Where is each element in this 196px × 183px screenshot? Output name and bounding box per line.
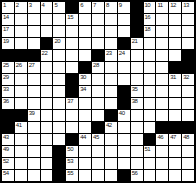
clue-number: 29 — [3, 74, 9, 80]
white-cell-r14c4[interactable] — [41, 158, 53, 169]
white-cell-r12c1[interactable]: 43 — [2, 134, 14, 145]
clue-number: 6 — [80, 2, 83, 8]
white-cell-r15c12[interactable] — [144, 170, 156, 181]
black-cell-r2c11 — [131, 14, 143, 25]
clue-number: 56 — [132, 170, 138, 176]
white-cell-r8c8[interactable] — [92, 86, 104, 97]
black-cell-r5c15 — [182, 50, 194, 61]
crossword-grid: 1234567891011121314151617181920212223242… — [0, 0, 196, 183]
white-cell-r5c14[interactable] — [169, 50, 181, 61]
white-cell-r15c2[interactable] — [15, 170, 27, 181]
clue-number: 18 — [145, 26, 151, 32]
black-cell-r8c10 — [118, 86, 130, 97]
clue-number: 46 — [157, 134, 163, 140]
white-cell-r14c1[interactable]: 52 — [2, 158, 14, 169]
white-cell-r9c11[interactable]: 38 — [131, 98, 143, 109]
white-cell-r13c8[interactable] — [92, 146, 104, 157]
clue-number: 35 — [132, 86, 138, 92]
white-cell-r8c4[interactable] — [41, 86, 53, 97]
black-cell-r10c9 — [105, 110, 117, 121]
white-cell-r13c4[interactable] — [41, 146, 53, 157]
white-cell-r6c2[interactable]: 26 — [15, 62, 27, 73]
white-cell-r13c15[interactable] — [182, 146, 194, 157]
white-cell-r1c7[interactable]: 6 — [79, 2, 91, 13]
white-cell-r13c10[interactable] — [118, 146, 130, 157]
white-cell-r3c14[interactable] — [169, 26, 181, 37]
black-cell-r1c6 — [66, 2, 78, 13]
black-cell-r3c11 — [131, 26, 143, 37]
white-cell-r8c12[interactable] — [144, 86, 156, 97]
black-cell-r11c13 — [156, 122, 168, 133]
white-cell-r15c3[interactable] — [28, 170, 40, 181]
white-cell-r3c13[interactable] — [156, 26, 168, 37]
white-cell-r8c15[interactable] — [182, 86, 194, 97]
white-cell-r5c4[interactable]: 22 — [41, 50, 53, 61]
white-cell-r11c9[interactable]: 42 — [105, 122, 117, 133]
white-cell-r15c4[interactable] — [41, 170, 53, 181]
white-cell-r9c5[interactable] — [53, 98, 65, 109]
white-cell-r14c15[interactable] — [182, 158, 194, 169]
white-cell-r7c13[interactable] — [156, 74, 168, 85]
white-cell-r14c11[interactable] — [131, 158, 143, 169]
clue-number: 10 — [145, 2, 151, 8]
white-cell-r9c14[interactable] — [169, 98, 181, 109]
white-cell-r14c14[interactable] — [169, 158, 181, 169]
white-cell-r15c8[interactable] — [92, 170, 104, 181]
white-cell-r3c8[interactable] — [92, 26, 104, 37]
white-cell-r8c7[interactable]: 34 — [79, 86, 91, 97]
white-cell-r14c3[interactable] — [28, 158, 40, 169]
white-cell-r7c12[interactable] — [144, 74, 156, 85]
clue-number: 11 — [157, 2, 162, 8]
white-cell-r6c6[interactable] — [66, 62, 78, 73]
white-cell-r13c1[interactable]: 49 — [2, 146, 14, 157]
white-cell-r15c11[interactable]: 56 — [131, 170, 143, 181]
white-cell-r11c3[interactable] — [28, 122, 40, 133]
white-cell-r6c12[interactable] — [144, 62, 156, 73]
black-cell-r4c4 — [41, 38, 53, 49]
white-cell-r10c6[interactable] — [66, 110, 78, 121]
white-cell-r6c3[interactable]: 27 — [28, 62, 40, 73]
white-cell-r13c12[interactable]: 51 — [144, 146, 156, 157]
white-cell-r10c15[interactable] — [182, 110, 194, 121]
black-cell-r10c2 — [15, 110, 27, 121]
clue-number: 44 — [80, 134, 86, 140]
black-cell-r6c15 — [182, 62, 194, 73]
white-cell-r10c11[interactable] — [131, 110, 143, 121]
white-cell-r7c14[interactable]: 31 — [169, 74, 181, 85]
white-cell-r14c8[interactable] — [92, 158, 104, 169]
white-cell-r14c7[interactable] — [79, 158, 91, 169]
clue-number: 8 — [106, 2, 109, 8]
clue-number: 53 — [67, 158, 73, 164]
clue-number: 24 — [119, 50, 125, 56]
white-cell-r10c5[interactable] — [53, 110, 65, 121]
clue-number: 26 — [16, 62, 22, 68]
white-cell-r2c15[interactable] — [182, 14, 194, 25]
white-cell-r9c8[interactable] — [92, 98, 104, 109]
white-cell-r3c10[interactable] — [118, 26, 130, 37]
white-cell-r6c5[interactable] — [53, 62, 65, 73]
white-cell-r8c2[interactable] — [15, 86, 27, 97]
white-cell-r8c14[interactable] — [169, 86, 181, 97]
clue-number: 20 — [54, 38, 60, 44]
white-cell-r3c1[interactable]: 17 — [2, 26, 14, 37]
white-cell-r12c9[interactable] — [105, 134, 117, 145]
white-cell-r8c13[interactable] — [156, 86, 168, 97]
white-cell-r5c7[interactable] — [79, 50, 91, 61]
white-cell-r10c14[interactable] — [169, 110, 181, 121]
clue-number: 52 — [3, 158, 9, 164]
white-cell-r7c11[interactable] — [131, 74, 143, 85]
white-cell-r9c7[interactable] — [79, 98, 91, 109]
clue-number: 47 — [170, 134, 176, 140]
white-cell-r9c6[interactable]: 37 — [66, 98, 78, 109]
white-cell-r15c13[interactable] — [156, 170, 168, 181]
white-cell-r5c10[interactable]: 24 — [118, 50, 130, 61]
white-cell-r7c7[interactable]: 30 — [79, 74, 91, 85]
white-cell-r10c10[interactable]: 40 — [118, 110, 130, 121]
white-cell-r1c12[interactable]: 10 — [144, 2, 156, 13]
clue-number: 13 — [183, 2, 189, 8]
white-cell-r12c14[interactable]: 47 — [169, 134, 181, 145]
white-cell-r13c9[interactable] — [105, 146, 117, 157]
white-cell-r7c5[interactable] — [53, 74, 65, 85]
clue-number: 55 — [67, 170, 73, 176]
clue-number: 39 — [29, 110, 35, 116]
black-cell-r15c5 — [53, 170, 65, 181]
white-cell-r8c3[interactable] — [28, 86, 40, 97]
clue-number: 5 — [54, 2, 57, 8]
white-cell-r1c15[interactable]: 13 — [182, 2, 194, 13]
white-cell-r11c10[interactable] — [118, 122, 130, 133]
white-cell-r7c1[interactable]: 29 — [2, 74, 14, 85]
white-cell-r8c11[interactable]: 35 — [131, 86, 143, 97]
black-cell-r7c6 — [66, 74, 78, 85]
clue-number: 38 — [132, 98, 138, 104]
white-cell-r4c13[interactable] — [156, 38, 168, 49]
white-cell-r4c3[interactable] — [28, 38, 40, 49]
white-cell-r9c1[interactable]: 36 — [2, 98, 14, 109]
white-cell-r6c13[interactable] — [156, 62, 168, 73]
white-cell-r14c10[interactable] — [118, 158, 130, 169]
white-cell-r4c8[interactable] — [92, 38, 104, 49]
clue-number: 40 — [119, 110, 125, 116]
white-cell-r12c8[interactable]: 45 — [92, 134, 104, 145]
black-cell-r11c8 — [92, 122, 104, 133]
white-cell-r12c15[interactable]: 48 — [182, 134, 194, 145]
clue-number: 9 — [119, 2, 122, 8]
white-cell-r4c12[interactable] — [144, 38, 156, 49]
clue-number: 36 — [3, 98, 9, 104]
clue-number: 43 — [3, 134, 9, 140]
white-cell-r1c14[interactable]: 12 — [169, 2, 181, 13]
white-cell-r10c3[interactable]: 39 — [28, 110, 40, 121]
white-cell-r1c4[interactable]: 4 — [41, 2, 53, 13]
black-cell-r11c15 — [182, 122, 194, 133]
white-cell-r5c11[interactable] — [131, 50, 143, 61]
white-cell-r1c9[interactable]: 8 — [105, 2, 117, 13]
clue-number: 14 — [3, 14, 9, 20]
clue-number: 15 — [67, 14, 73, 20]
white-cell-r13c6[interactable]: 50 — [66, 146, 78, 157]
black-cell-r14c5 — [53, 158, 65, 169]
clue-number: 28 — [93, 62, 99, 68]
black-cell-r1c11 — [131, 2, 143, 13]
white-cell-r11c4[interactable] — [41, 122, 53, 133]
clue-number: 51 — [145, 146, 151, 152]
black-cell-r15c10 — [118, 170, 130, 181]
clue-number: 27 — [29, 62, 35, 68]
white-cell-r3c15[interactable] — [182, 26, 194, 37]
white-cell-r7c4[interactable] — [41, 74, 53, 85]
white-cell-r3c9[interactable] — [105, 26, 117, 37]
white-cell-r14c13[interactable] — [156, 158, 168, 169]
white-cell-r11c11[interactable] — [131, 122, 143, 133]
white-cell-r7c15[interactable]: 32 — [182, 74, 194, 85]
white-cell-r2c6[interactable]: 15 — [66, 14, 78, 25]
white-cell-r2c4[interactable] — [41, 14, 53, 25]
white-cell-r13c13[interactable] — [156, 146, 168, 157]
clue-number: 37 — [67, 98, 73, 104]
white-cell-r13c11[interactable] — [131, 146, 143, 157]
white-cell-r14c9[interactable] — [105, 158, 117, 169]
white-cell-r6c4[interactable] — [41, 62, 53, 73]
white-cell-r1c10[interactable]: 9 — [118, 2, 130, 13]
clue-number: 54 — [3, 170, 9, 176]
black-cell-r12c12 — [144, 134, 156, 145]
white-cell-r7c10[interactable] — [118, 74, 130, 85]
white-cell-r2c2[interactable] — [15, 14, 27, 25]
white-cell-r11c6[interactable] — [66, 122, 78, 133]
black-cell-r8c6 — [66, 86, 78, 97]
black-cell-r12c6 — [66, 134, 78, 145]
white-cell-r4c14[interactable] — [169, 38, 181, 49]
white-cell-r9c2[interactable] — [15, 98, 27, 109]
clue-number: 23 — [106, 50, 112, 56]
black-cell-r5c1 — [2, 50, 14, 61]
white-cell-r3c2[interactable] — [15, 26, 27, 37]
black-cell-r11c1 — [2, 122, 14, 133]
clue-number: 32 — [183, 74, 189, 80]
white-cell-r15c14[interactable] — [169, 170, 181, 181]
white-cell-r13c3[interactable] — [28, 146, 40, 157]
clue-number: 19 — [3, 38, 9, 44]
clue-number: 17 — [3, 26, 9, 32]
white-cell-r5c5[interactable] — [53, 50, 65, 61]
white-cell-r4c5[interactable]: 20 — [53, 38, 65, 49]
white-cell-r9c4[interactable] — [41, 98, 53, 109]
white-cell-r2c10[interactable] — [118, 14, 130, 25]
white-cell-r12c7[interactable]: 44 — [79, 134, 91, 145]
white-cell-r3c4[interactable] — [41, 26, 53, 37]
white-cell-r1c5[interactable]: 5 — [53, 2, 65, 13]
white-cell-r1c2[interactable]: 2 — [15, 2, 27, 13]
white-cell-r2c9[interactable] — [105, 14, 117, 25]
white-cell-r12c2[interactable] — [15, 134, 27, 145]
white-cell-r15c7[interactable] — [79, 170, 91, 181]
white-cell-r9c3[interactable] — [28, 98, 40, 109]
clue-number: 34 — [80, 86, 86, 92]
clue-number: 16 — [145, 14, 151, 20]
white-cell-r2c14[interactable] — [169, 14, 181, 25]
clue-number: 3 — [29, 2, 32, 8]
white-cell-r9c9[interactable] — [105, 98, 117, 109]
white-cell-r1c13[interactable]: 11 — [156, 2, 168, 13]
white-cell-r2c13[interactable] — [156, 14, 168, 25]
white-cell-r10c7[interactable] — [79, 110, 91, 121]
white-cell-r10c12[interactable] — [144, 110, 156, 121]
white-cell-r15c15[interactable] — [182, 170, 194, 181]
white-cell-r15c9[interactable] — [105, 170, 117, 181]
white-cell-r5c9[interactable]: 23 — [105, 50, 117, 61]
white-cell-r8c1[interactable]: 33 — [2, 86, 14, 97]
clue-number: 33 — [3, 86, 9, 92]
white-cell-r6c10[interactable] — [118, 62, 130, 73]
white-cell-r4c15[interactable] — [182, 38, 194, 49]
white-cell-r14c6[interactable]: 53 — [66, 158, 78, 169]
white-cell-r3c5[interactable] — [53, 26, 65, 37]
white-cell-r14c2[interactable] — [15, 158, 27, 169]
clue-number: 4 — [42, 2, 45, 8]
clue-number: 42 — [106, 122, 112, 128]
white-cell-r1c1[interactable]: 1 — [2, 2, 14, 13]
white-cell-r11c7[interactable] — [79, 122, 91, 133]
white-cell-r13c7[interactable] — [79, 146, 91, 157]
white-cell-r9c15[interactable] — [182, 98, 194, 109]
white-cell-r12c13[interactable]: 46 — [156, 134, 168, 145]
white-cell-r8c5[interactable] — [53, 86, 65, 97]
white-cell-r8c9[interactable] — [105, 86, 117, 97]
white-cell-r10c8[interactable] — [92, 110, 104, 121]
white-cell-r6c8[interactable]: 28 — [92, 62, 104, 73]
white-cell-r10c4[interactable] — [41, 110, 53, 121]
clue-number: 30 — [80, 74, 86, 80]
white-cell-r2c1[interactable]: 14 — [2, 14, 14, 25]
white-cell-r2c12[interactable]: 16 — [144, 14, 156, 25]
clue-number: 21 — [132, 38, 138, 44]
white-cell-r4c7[interactable] — [79, 38, 91, 49]
white-cell-r12c10[interactable] — [118, 134, 130, 145]
white-cell-r6c9[interactable] — [105, 62, 117, 73]
white-cell-r12c5[interactable] — [53, 134, 65, 145]
white-cell-r14c12[interactable] — [144, 158, 156, 169]
white-cell-r7c3[interactable] — [28, 74, 40, 85]
black-cell-r6c14 — [169, 62, 181, 73]
clue-number: 45 — [93, 134, 99, 140]
white-cell-r2c3[interactable] — [28, 14, 40, 25]
white-cell-r9c12[interactable] — [144, 98, 156, 109]
white-cell-r1c3[interactable]: 3 — [28, 2, 40, 13]
white-cell-r4c6[interactable] — [66, 38, 78, 49]
white-cell-r12c4[interactable] — [41, 134, 53, 145]
white-cell-r4c1[interactable]: 19 — [2, 38, 14, 49]
clue-number: 48 — [183, 134, 189, 140]
black-cell-r10c1 — [2, 110, 14, 121]
clue-number: 41 — [16, 122, 22, 128]
white-cell-r12c11[interactable] — [131, 134, 143, 145]
black-cell-r5c2 — [15, 50, 27, 61]
clue-number: 12 — [170, 2, 176, 8]
white-cell-r10c13[interactable] — [156, 110, 168, 121]
white-cell-r12c3[interactable] — [28, 134, 40, 145]
white-cell-r1c8[interactable]: 7 — [92, 2, 104, 13]
white-cell-r11c12[interactable] — [144, 122, 156, 133]
white-cell-r5c12[interactable] — [144, 50, 156, 61]
clue-number: 22 — [42, 50, 48, 56]
black-cell-r4c10 — [118, 38, 130, 49]
white-cell-r7c2[interactable] — [15, 74, 27, 85]
white-cell-r7c8[interactable] — [92, 74, 104, 85]
clue-number: 50 — [67, 146, 73, 152]
white-cell-r11c5[interactable] — [53, 122, 65, 133]
white-cell-r3c7[interactable] — [79, 26, 91, 37]
clue-number: 25 — [3, 62, 9, 68]
white-cell-r5c6[interactable] — [66, 50, 78, 61]
clue-number: 31 — [170, 74, 176, 80]
white-cell-r15c1[interactable]: 54 — [2, 170, 14, 181]
white-cell-r3c12[interactable]: 18 — [144, 26, 156, 37]
black-cell-r11c14 — [169, 122, 181, 133]
black-cell-r9c10 — [118, 98, 130, 109]
white-cell-r11c2[interactable]: 41 — [15, 122, 27, 133]
white-cell-r6c1[interactable]: 25 — [2, 62, 14, 73]
black-cell-r13c5 — [53, 146, 65, 157]
clue-number: 49 — [3, 146, 9, 152]
white-cell-r7c9[interactable] — [105, 74, 117, 85]
white-cell-r3c6[interactable] — [66, 26, 78, 37]
white-cell-r13c14[interactable] — [169, 146, 181, 157]
white-cell-r9c13[interactable] — [156, 98, 168, 109]
white-cell-r5c13[interactable] — [156, 50, 168, 61]
white-cell-r15c6[interactable]: 55 — [66, 170, 78, 181]
black-cell-r5c8 — [92, 50, 104, 61]
white-cell-r2c8[interactable] — [92, 14, 104, 25]
white-cell-r4c9[interactable] — [105, 38, 117, 49]
white-cell-r3c3[interactable] — [28, 26, 40, 37]
clue-number: 2 — [16, 2, 19, 8]
white-cell-r4c11[interactable]: 21 — [131, 38, 143, 49]
black-cell-r5c3 — [28, 50, 40, 61]
black-cell-r6c7 — [79, 62, 91, 73]
white-cell-r2c5[interactable] — [53, 14, 65, 25]
white-cell-r2c7[interactable] — [79, 14, 91, 25]
white-cell-r13c2[interactable] — [15, 146, 27, 157]
white-cell-r6c11[interactable] — [131, 62, 143, 73]
clue-number: 7 — [93, 2, 96, 8]
white-cell-r4c2[interactable] — [15, 38, 27, 49]
clue-number: 1 — [3, 2, 6, 8]
